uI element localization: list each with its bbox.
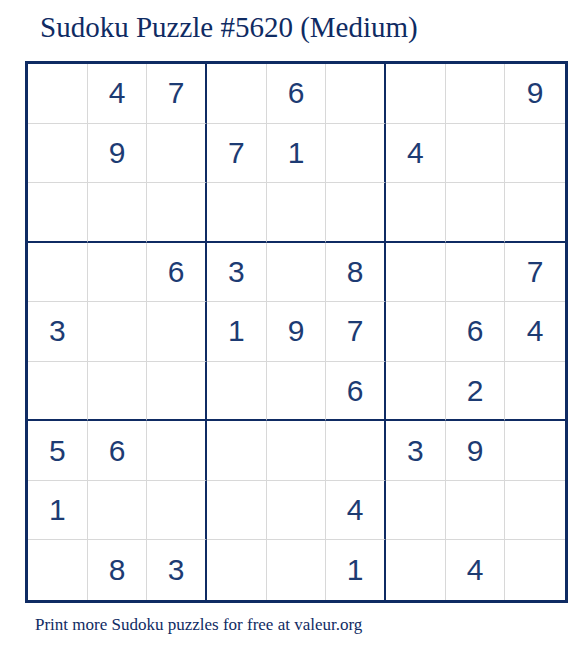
cell-r8c5 bbox=[267, 481, 327, 541]
cell-r5c1: 3 bbox=[28, 302, 88, 362]
cell-r8c1: 1 bbox=[28, 481, 88, 541]
cell-r3c7 bbox=[386, 183, 446, 243]
cell-r8c2 bbox=[88, 481, 148, 541]
cell-r8c8 bbox=[446, 481, 506, 541]
cell-r9c5 bbox=[267, 540, 327, 600]
cell-r1c5: 6 bbox=[267, 64, 327, 124]
cell-r1c3: 7 bbox=[147, 64, 207, 124]
cell-r2c3 bbox=[147, 124, 207, 184]
cell-r1c9: 9 bbox=[505, 64, 565, 124]
cell-r9c3: 3 bbox=[147, 540, 207, 600]
cell-r1c7 bbox=[386, 64, 446, 124]
cell-r4c2 bbox=[88, 243, 148, 303]
cell-r4c4: 3 bbox=[207, 243, 267, 303]
cell-r5c7 bbox=[386, 302, 446, 362]
cell-r7c1: 5 bbox=[28, 421, 88, 481]
cell-r9c2: 8 bbox=[88, 540, 148, 600]
cell-r5c9: 4 bbox=[505, 302, 565, 362]
cell-r3c4 bbox=[207, 183, 267, 243]
cell-r1c1 bbox=[28, 64, 88, 124]
cell-r7c9 bbox=[505, 421, 565, 481]
cell-r3c3 bbox=[147, 183, 207, 243]
cell-r2c4: 7 bbox=[207, 124, 267, 184]
cell-r3c5 bbox=[267, 183, 327, 243]
cell-r8c3 bbox=[147, 481, 207, 541]
cell-r3c9 bbox=[505, 183, 565, 243]
cell-r4c5 bbox=[267, 243, 327, 303]
page-title: Sudoku Puzzle #5620 (Medium) bbox=[40, 12, 418, 44]
cell-r9c1 bbox=[28, 540, 88, 600]
cell-r9c7 bbox=[386, 540, 446, 600]
cell-r5c5: 9 bbox=[267, 302, 327, 362]
footer-note: Print more Sudoku puzzles for free at va… bbox=[35, 615, 362, 635]
cell-r4c9: 7 bbox=[505, 243, 565, 303]
sudoku-board: 476997146387319764625639148314 bbox=[25, 61, 568, 603]
cell-r9c6: 1 bbox=[326, 540, 386, 600]
cell-r2c9 bbox=[505, 124, 565, 184]
cell-r5c6: 7 bbox=[326, 302, 386, 362]
sudoku-page: Sudoku Puzzle #5620 (Medium) 47699714638… bbox=[0, 0, 574, 651]
cell-r4c6: 8 bbox=[326, 243, 386, 303]
cell-r8c6: 4 bbox=[326, 481, 386, 541]
cell-r6c8: 2 bbox=[446, 362, 506, 422]
cell-r7c4 bbox=[207, 421, 267, 481]
cell-r2c6 bbox=[326, 124, 386, 184]
cell-r3c1 bbox=[28, 183, 88, 243]
cell-r2c5: 1 bbox=[267, 124, 327, 184]
cell-r6c6: 6 bbox=[326, 362, 386, 422]
cell-r3c2 bbox=[88, 183, 148, 243]
cell-r3c6 bbox=[326, 183, 386, 243]
cell-r9c4 bbox=[207, 540, 267, 600]
cell-r4c3: 6 bbox=[147, 243, 207, 303]
cell-r1c2: 4 bbox=[88, 64, 148, 124]
cell-r2c1 bbox=[28, 124, 88, 184]
cell-r9c8: 4 bbox=[446, 540, 506, 600]
cell-r2c7: 4 bbox=[386, 124, 446, 184]
cell-r3c8 bbox=[446, 183, 506, 243]
cell-r1c6 bbox=[326, 64, 386, 124]
cell-r2c8 bbox=[446, 124, 506, 184]
cell-r1c4 bbox=[207, 64, 267, 124]
cell-r8c4 bbox=[207, 481, 267, 541]
cell-r6c9 bbox=[505, 362, 565, 422]
cell-r7c8: 9 bbox=[446, 421, 506, 481]
cell-r8c7 bbox=[386, 481, 446, 541]
cell-r1c8 bbox=[446, 64, 506, 124]
cell-r4c1 bbox=[28, 243, 88, 303]
cell-r6c3 bbox=[147, 362, 207, 422]
cell-r5c4: 1 bbox=[207, 302, 267, 362]
cell-r6c1 bbox=[28, 362, 88, 422]
cell-r7c7: 3 bbox=[386, 421, 446, 481]
cell-r7c5 bbox=[267, 421, 327, 481]
cell-r5c3 bbox=[147, 302, 207, 362]
cell-r6c7 bbox=[386, 362, 446, 422]
cell-r7c3 bbox=[147, 421, 207, 481]
cell-r6c4 bbox=[207, 362, 267, 422]
cell-r5c8: 6 bbox=[446, 302, 506, 362]
cell-r6c5 bbox=[267, 362, 327, 422]
cell-r9c9 bbox=[505, 540, 565, 600]
cell-r6c2 bbox=[88, 362, 148, 422]
cell-r7c6 bbox=[326, 421, 386, 481]
cell-r8c9 bbox=[505, 481, 565, 541]
cell-r2c2: 9 bbox=[88, 124, 148, 184]
cell-r5c2 bbox=[88, 302, 148, 362]
cell-r4c7 bbox=[386, 243, 446, 303]
cell-r4c8 bbox=[446, 243, 506, 303]
cell-r7c2: 6 bbox=[88, 421, 148, 481]
